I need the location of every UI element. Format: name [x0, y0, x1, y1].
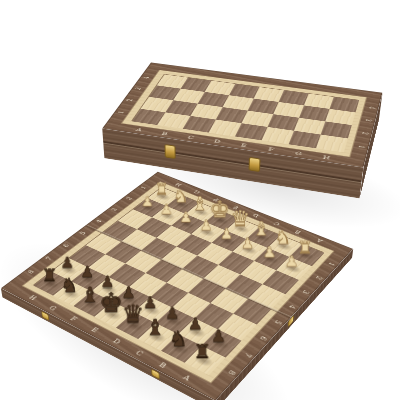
box-square — [235, 123, 268, 140]
coordinate-label: E — [240, 143, 248, 148]
box-square — [262, 127, 294, 144]
coordinate-label: 1 — [140, 186, 148, 190]
coordinate-label: 2 — [314, 275, 323, 280]
box-square — [190, 104, 222, 120]
product-photo-stage: ABCDEFGH43214321 HGFEDCBAHGFEDCBA1234567… — [0, 0, 400, 400]
coordinate-label: F — [267, 147, 274, 152]
box-square — [294, 118, 325, 135]
square-a4[interactable] — [248, 284, 285, 309]
coordinate-label: A — [181, 374, 191, 382]
square-a5[interactable] — [233, 299, 271, 325]
coordinate-label: 6 — [62, 243, 71, 248]
box-square — [268, 114, 300, 131]
coordinate-label: A — [316, 238, 324, 243]
square-d5[interactable] — [167, 269, 204, 293]
box-square — [216, 107, 248, 123]
coordinate-label: G — [47, 305, 57, 312]
coordinate-label: 5 — [79, 231, 87, 236]
box-square — [209, 120, 242, 137]
coordinate-label: 6 — [258, 335, 268, 341]
coordinate-label: H — [27, 295, 37, 302]
board-top-face: HGFEDCBAHGFEDCBA1234567812345678 — [1, 172, 353, 400]
coordinate-label: 3 — [135, 87, 143, 90]
coordinate-label: H — [322, 155, 330, 160]
box-square — [330, 97, 360, 112]
box-square — [165, 100, 197, 116]
coordinate-label: 4 — [143, 76, 151, 79]
coordinate-label: D — [213, 139, 221, 144]
coordinate-label: 2 — [126, 196, 134, 200]
coordinate-label: 2 — [360, 131, 368, 135]
brass-latch — [249, 157, 261, 172]
square-a3[interactable] — [262, 270, 298, 294]
coordinate-label: 8 — [226, 369, 236, 376]
box-square — [316, 135, 348, 153]
box-square — [183, 116, 216, 133]
coordinate-label: 1 — [326, 261, 335, 266]
coordinate-label: 5 — [273, 319, 283, 325]
box-square — [299, 105, 329, 121]
coordinate-label: B — [157, 362, 167, 370]
coordinate-label: 3 — [301, 289, 310, 295]
coordinate-label: 1 — [117, 111, 126, 114]
box-square — [141, 97, 174, 112]
coordinate-label: F — [68, 316, 78, 323]
coordinate-label: C — [134, 350, 144, 358]
coordinate-label: 4 — [367, 106, 375, 109]
coordinate-label: B — [161, 132, 169, 137]
coordinate-label: D — [111, 338, 121, 345]
brass-latch — [151, 369, 159, 380]
coordinate-label: 2 — [126, 99, 135, 102]
coordinate-label: 4 — [95, 219, 103, 224]
coordinate-label: G — [294, 151, 302, 156]
box-square — [248, 99, 279, 115]
coordinate-label: C — [187, 135, 195, 140]
brass-latch — [164, 144, 175, 159]
scene-3d: ABCDEFGH43214321 HGFEDCBAHGFEDCBA1234567… — [0, 0, 400, 400]
box-square — [132, 109, 165, 125]
coordinate-label: B — [294, 229, 302, 234]
coordinate-label: 7 — [242, 352, 252, 359]
square-c5[interactable] — [188, 279, 225, 304]
square-b5[interactable] — [210, 288, 248, 313]
square-b4[interactable] — [226, 274, 263, 298]
coordinate-label: 1 — [357, 145, 366, 149]
box-square — [321, 121, 352, 138]
black-rook-a8[interactable]: ♜ — [186, 339, 218, 362]
brass-latch — [41, 311, 49, 321]
coordinate-label: 3 — [364, 118, 372, 121]
coordinate-label: 4 — [287, 304, 296, 310]
box-square — [242, 111, 274, 127]
box-square — [289, 131, 321, 149]
coordinate-label: A — [135, 128, 143, 133]
box-square — [273, 102, 304, 118]
coordinate-label: 3 — [111, 207, 119, 211]
square-c4[interactable] — [204, 265, 241, 289]
white-pawn-a2[interactable]: ♟ — [278, 251, 306, 269]
box-square — [325, 109, 355, 125]
coordinate-label: E — [89, 327, 99, 334]
box-square — [157, 112, 190, 128]
